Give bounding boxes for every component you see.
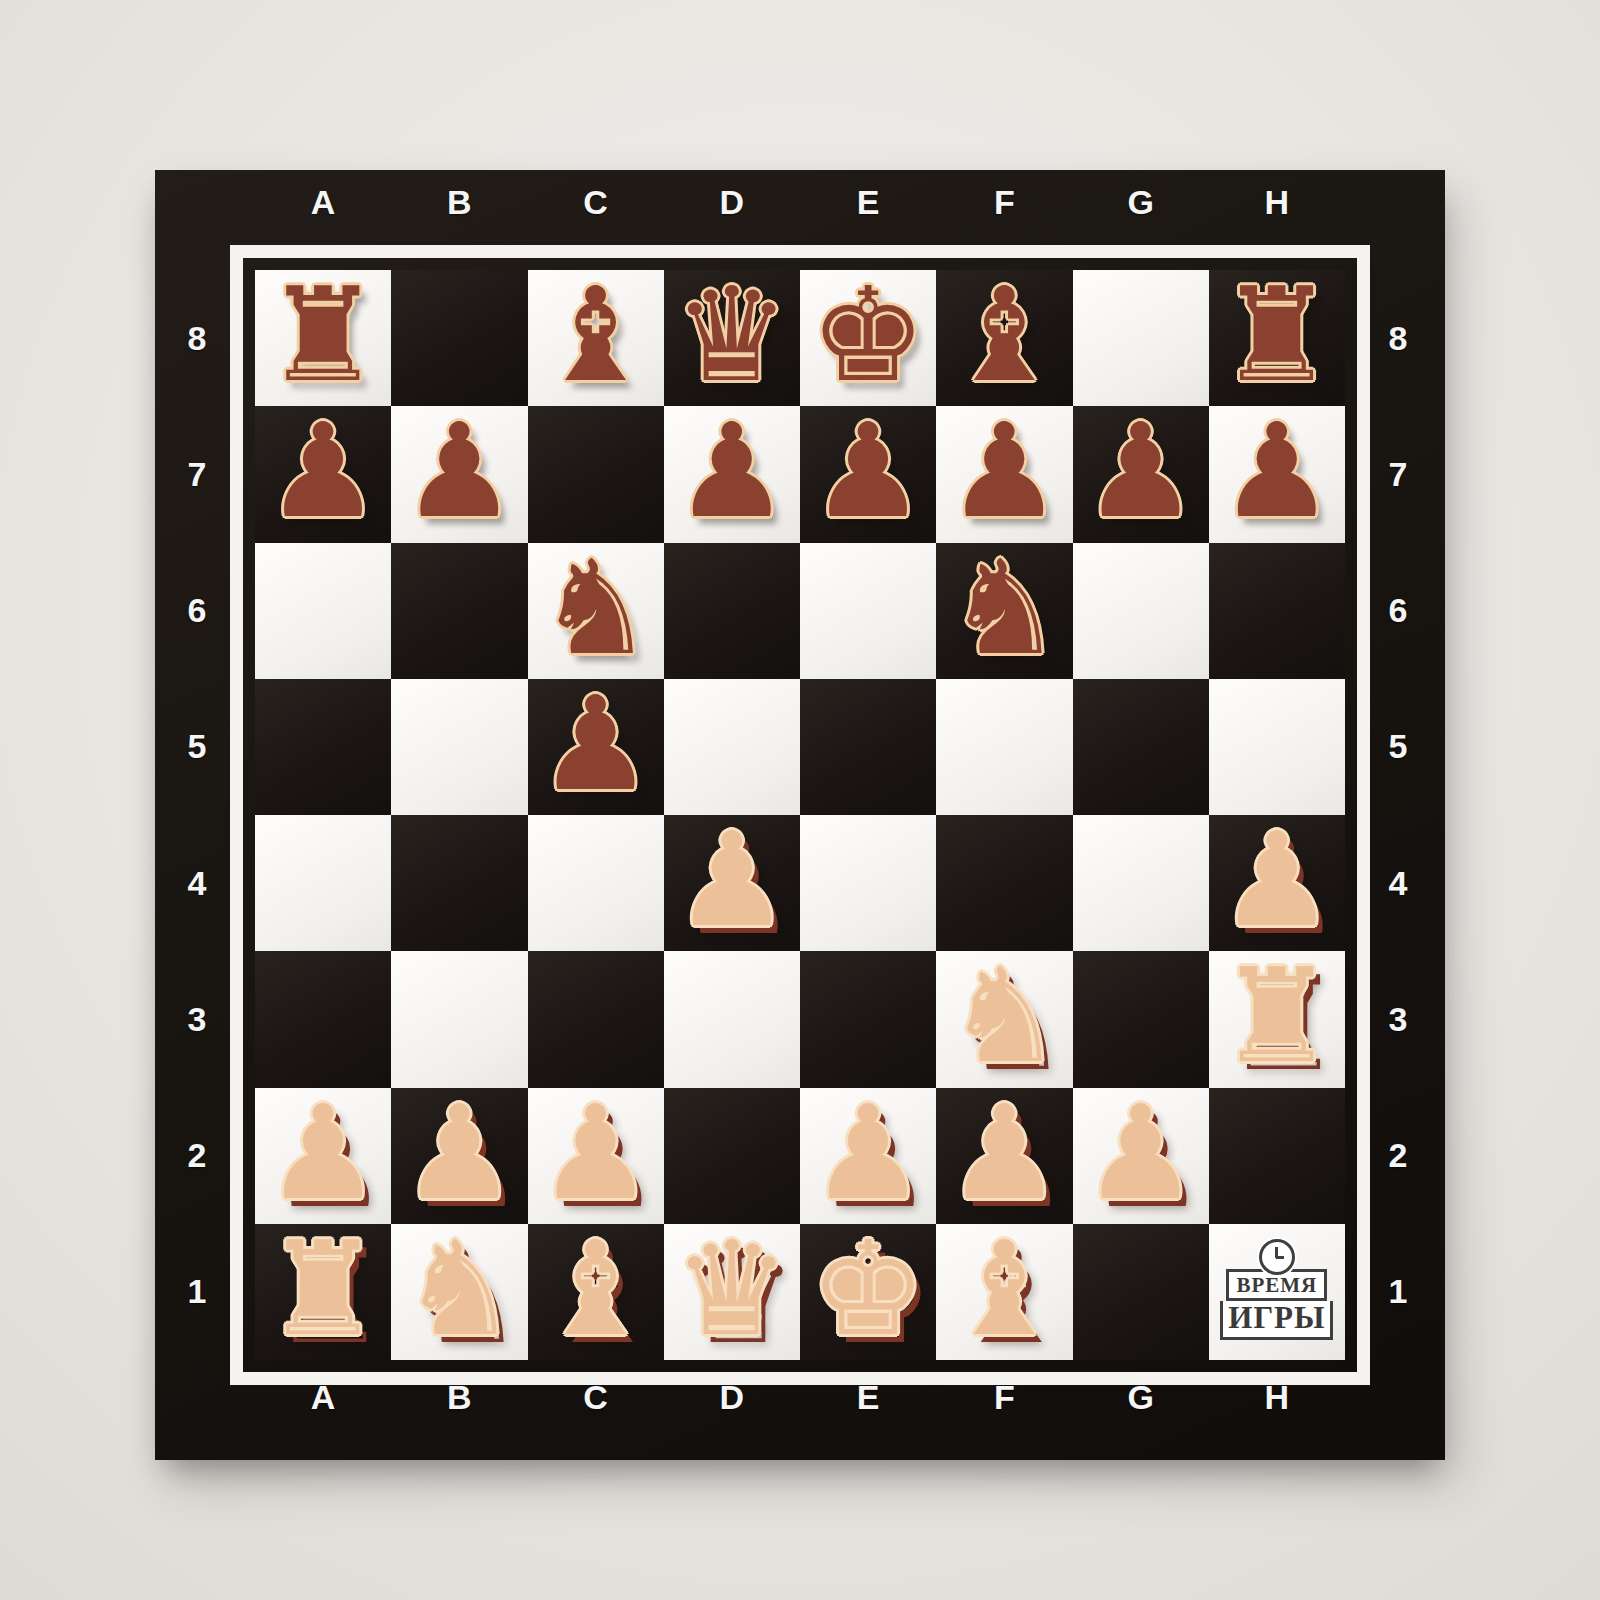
piece-white-pawn-a2[interactable]: ♟ — [265, 1088, 382, 1218]
piece-white-pawn-g2[interactable]: ♟ — [1082, 1088, 1199, 1218]
piece-white-rook-a1[interactable]: ♜ — [265, 1224, 382, 1354]
square-f4[interactable] — [936, 815, 1072, 951]
square-f6[interactable]: ♞ — [936, 543, 1072, 679]
square-f8[interactable]: ♝ — [936, 270, 1072, 406]
demonstration-chessboard: ABCDEFGH ABCDEFGH 87654321 87654321 ♜♝♛♚… — [155, 170, 1445, 1460]
square-a4[interactable] — [255, 815, 391, 951]
square-b5[interactable] — [391, 679, 527, 815]
square-d7[interactable]: ♟ — [664, 406, 800, 542]
square-h8[interactable]: ♜ — [1209, 270, 1345, 406]
rank-label-6: 6 — [1351, 543, 1445, 679]
piece-black-pawn-e7[interactable]: ♟ — [810, 406, 927, 536]
rank-label-4: 4 — [1351, 815, 1445, 951]
square-d5[interactable] — [664, 679, 800, 815]
piece-black-knight-c6[interactable]: ♞ — [537, 543, 654, 673]
piece-black-bishop-c8[interactable]: ♝ — [537, 270, 654, 400]
rank-label-7: 7 — [1351, 406, 1445, 542]
square-f5[interactable] — [936, 679, 1072, 815]
square-h5[interactable] — [1209, 679, 1345, 815]
square-g8[interactable] — [1073, 270, 1209, 406]
square-c1[interactable]: ♝ — [528, 1224, 664, 1360]
piece-black-rook-h8[interactable]: ♜ — [1219, 270, 1336, 400]
square-b3[interactable] — [391, 951, 527, 1087]
square-e2[interactable]: ♟ — [800, 1088, 936, 1224]
piece-black-queen-d8[interactable]: ♛ — [674, 270, 791, 400]
square-g3[interactable] — [1073, 951, 1209, 1087]
square-b2[interactable]: ♟ — [391, 1088, 527, 1224]
square-a2[interactable]: ♟ — [255, 1088, 391, 1224]
square-b4[interactable] — [391, 815, 527, 951]
square-c7[interactable] — [528, 406, 664, 542]
square-a3[interactable] — [255, 951, 391, 1087]
square-h2[interactable] — [1209, 1088, 1345, 1224]
square-d4[interactable]: ♟ — [664, 815, 800, 951]
rank-label-4: 4 — [155, 815, 239, 951]
piece-white-pawn-d4[interactable]: ♟ — [674, 815, 791, 945]
square-c2[interactable]: ♟ — [528, 1088, 664, 1224]
piece-black-pawn-c5[interactable]: ♟ — [537, 679, 654, 809]
rank-label-8: 8 — [1351, 270, 1445, 406]
piece-black-bishop-f8[interactable]: ♝ — [946, 270, 1063, 400]
square-g5[interactable] — [1073, 679, 1209, 815]
piece-black-pawn-h7[interactable]: ♟ — [1219, 406, 1336, 536]
board-field: ♜♝♛♚♝♜♟♟♟♟♟♟♟♞♞♟♟♟♞♜♟♟♟♟♟♟♜♞♝♛♚♝ВРЕМЯИГР… — [255, 270, 1345, 1360]
rank-label-7: 7 — [155, 406, 239, 542]
file-label-h: H — [1209, 170, 1345, 234]
clock-icon — [1259, 1239, 1295, 1275]
square-d3[interactable] — [664, 951, 800, 1087]
rank-labels-right: 87654321 — [1351, 270, 1445, 1360]
square-d1[interactable]: ♛ — [664, 1224, 800, 1360]
brand-logo: ВРЕМЯИГРЫ — [1225, 1239, 1329, 1340]
square-a1[interactable]: ♜ — [255, 1224, 391, 1360]
square-g7[interactable]: ♟ — [1073, 406, 1209, 542]
square-b8[interactable] — [391, 270, 527, 406]
square-a5[interactable] — [255, 679, 391, 815]
rank-label-8: 8 — [155, 270, 239, 406]
file-label-d: D — [664, 170, 800, 234]
piece-black-pawn-d7[interactable]: ♟ — [674, 406, 791, 536]
file-label-c: C — [528, 170, 664, 234]
file-label-g: G — [1073, 170, 1209, 234]
rank-label-3: 3 — [1351, 951, 1445, 1087]
file-label-e: E — [800, 170, 936, 234]
square-f1[interactable]: ♝ — [936, 1224, 1072, 1360]
square-e6[interactable] — [800, 543, 936, 679]
piece-black-rook-a8[interactable]: ♜ — [265, 270, 382, 400]
piece-white-pawn-c2[interactable]: ♟ — [537, 1088, 654, 1218]
square-e4[interactable] — [800, 815, 936, 951]
rank-label-5: 5 — [155, 679, 239, 815]
square-h1[interactable]: ВРЕМЯИГРЫ — [1209, 1224, 1345, 1360]
square-b7[interactable]: ♟ — [391, 406, 527, 542]
piece-black-king-e8[interactable]: ♚ — [810, 270, 927, 400]
rank-label-2: 2 — [1351, 1088, 1445, 1224]
piece-white-king-e1[interactable]: ♚ — [810, 1224, 927, 1354]
piece-black-knight-f6[interactable]: ♞ — [946, 543, 1063, 673]
square-g1[interactable] — [1073, 1224, 1209, 1360]
square-e3[interactable] — [800, 951, 936, 1087]
rank-label-5: 5 — [1351, 679, 1445, 815]
square-g4[interactable] — [1073, 815, 1209, 951]
square-e8[interactable]: ♚ — [800, 270, 936, 406]
square-a6[interactable] — [255, 543, 391, 679]
square-d6[interactable] — [664, 543, 800, 679]
file-labels-top: ABCDEFGH — [255, 170, 1345, 234]
piece-white-pawn-e2[interactable]: ♟ — [810, 1088, 927, 1218]
piece-white-knight-f3[interactable]: ♞ — [946, 951, 1063, 1081]
piece-black-pawn-f7[interactable]: ♟ — [946, 406, 1063, 536]
square-e7[interactable]: ♟ — [800, 406, 936, 542]
square-g2[interactable]: ♟ — [1073, 1088, 1209, 1224]
square-b1[interactable]: ♞ — [391, 1224, 527, 1360]
piece-white-queen-d1[interactable]: ♛ — [674, 1224, 791, 1354]
piece-black-pawn-b7[interactable]: ♟ — [401, 406, 518, 536]
square-d2[interactable] — [664, 1088, 800, 1224]
square-f2[interactable]: ♟ — [936, 1088, 1072, 1224]
square-g6[interactable] — [1073, 543, 1209, 679]
square-e1[interactable]: ♚ — [800, 1224, 936, 1360]
piece-white-bishop-f1[interactable]: ♝ — [946, 1224, 1063, 1354]
square-c5[interactable]: ♟ — [528, 679, 664, 815]
piece-white-bishop-c1[interactable]: ♝ — [537, 1224, 654, 1354]
square-e5[interactable] — [800, 679, 936, 815]
piece-black-pawn-g7[interactable]: ♟ — [1082, 406, 1199, 536]
square-d8[interactable]: ♛ — [664, 270, 800, 406]
square-a8[interactable]: ♜ — [255, 270, 391, 406]
square-f7[interactable]: ♟ — [936, 406, 1072, 542]
square-f3[interactable]: ♞ — [936, 951, 1072, 1087]
file-label-f: F — [936, 170, 1072, 234]
square-b6[interactable] — [391, 543, 527, 679]
rank-label-3: 3 — [155, 951, 239, 1087]
square-c3[interactable] — [528, 951, 664, 1087]
brand-name-line2: ИГРЫ — [1220, 1301, 1333, 1340]
piece-white-rook-h3[interactable]: ♜ — [1219, 951, 1336, 1081]
square-c8[interactable]: ♝ — [528, 270, 664, 406]
square-a7[interactable]: ♟ — [255, 406, 391, 542]
piece-white-pawn-f2[interactable]: ♟ — [946, 1088, 1063, 1218]
rank-label-1: 1 — [155, 1224, 239, 1360]
square-h7[interactable]: ♟ — [1209, 406, 1345, 542]
square-h3[interactable]: ♜ — [1209, 951, 1345, 1087]
square-c6[interactable]: ♞ — [528, 543, 664, 679]
piece-white-pawn-b2[interactable]: ♟ — [401, 1088, 518, 1218]
piece-white-pawn-h4[interactable]: ♟ — [1219, 815, 1336, 945]
rank-label-1: 1 — [1351, 1224, 1445, 1360]
rank-label-6: 6 — [155, 543, 239, 679]
piece-white-knight-b1[interactable]: ♞ — [401, 1224, 518, 1354]
piece-black-pawn-a7[interactable]: ♟ — [265, 406, 382, 536]
rank-label-2: 2 — [155, 1088, 239, 1224]
file-label-a: A — [255, 170, 391, 234]
file-label-b: B — [391, 170, 527, 234]
square-h4[interactable]: ♟ — [1209, 815, 1345, 951]
rank-labels-left: 87654321 — [155, 270, 239, 1360]
square-h6[interactable] — [1209, 543, 1345, 679]
square-c4[interactable] — [528, 815, 664, 951]
